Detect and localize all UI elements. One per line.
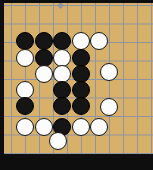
white-stone[interactable] xyxy=(35,65,53,83)
white-stone[interactable] xyxy=(35,118,53,136)
white-stone[interactable] xyxy=(16,49,34,67)
go-app-screenshot xyxy=(0,0,153,170)
black-stone[interactable] xyxy=(72,65,90,83)
black-stone[interactable] xyxy=(72,49,90,67)
white-stone[interactable] xyxy=(100,63,118,81)
go-board[interactable] xyxy=(4,3,153,154)
white-stone[interactable] xyxy=(49,132,67,150)
frame-band-left xyxy=(0,0,4,170)
white-stone[interactable] xyxy=(16,118,34,136)
white-stone[interactable] xyxy=(90,118,108,136)
white-stone[interactable] xyxy=(53,49,71,67)
black-stone[interactable] xyxy=(35,49,53,67)
white-stone[interactable] xyxy=(100,98,118,116)
black-stone[interactable] xyxy=(16,32,34,50)
white-stone[interactable] xyxy=(90,32,108,50)
white-stone[interactable] xyxy=(16,81,34,99)
frame-band-bottom xyxy=(0,154,153,170)
black-stone[interactable] xyxy=(72,81,90,99)
black-stone[interactable] xyxy=(53,32,71,50)
white-stone[interactable] xyxy=(53,65,71,83)
black-stone[interactable] xyxy=(53,97,71,115)
stones-layer xyxy=(4,3,153,154)
black-stone[interactable] xyxy=(72,97,90,115)
black-stone[interactable] xyxy=(16,97,34,115)
white-stone[interactable] xyxy=(72,118,90,136)
black-stone[interactable] xyxy=(53,81,71,99)
frame-band-top xyxy=(0,0,153,3)
white-stone[interactable] xyxy=(72,32,90,50)
black-stone[interactable] xyxy=(35,32,53,50)
